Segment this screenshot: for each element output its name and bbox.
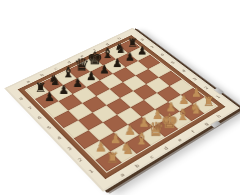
piece-black-pawn-f7: ♟ — [109, 58, 125, 69]
chess-set-photo: abcdefgh abcdefgh 87654321 87654321 ♜♞♝♛… — [0, 0, 240, 195]
chess-board: abcdefgh abcdefgh 87654321 87654321 ♜♞♝♛… — [4, 28, 240, 192]
